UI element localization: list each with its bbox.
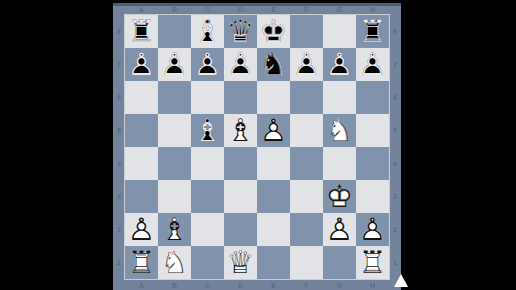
square-e3 <box>257 180 290 213</box>
file-label-d: D <box>238 282 243 289</box>
rank-label-5: 5 <box>393 127 397 134</box>
square-e1 <box>257 246 290 279</box>
rank-label-1: 1 <box>393 259 397 266</box>
piece-black-rook: ♜♖ <box>125 15 158 48</box>
piece-white-bishop: ♝♗ <box>158 213 191 246</box>
piece-white-pawn: ♟♙ <box>125 213 158 246</box>
piece-black-queen: ♛♕ <box>224 15 257 48</box>
file-label-d: D <box>238 6 243 13</box>
file-label-c: C <box>205 282 210 289</box>
square-f4 <box>290 147 323 180</box>
rank-label-6: 6 <box>393 94 397 101</box>
piece-white-pawn: ♟♙ <box>323 213 356 246</box>
square-b5 <box>158 114 191 147</box>
piece-white-pawn: ♟♙ <box>356 213 389 246</box>
piece-white-bishop: ♝♗ <box>224 114 257 147</box>
square-e6 <box>257 81 290 114</box>
square-b4 <box>158 147 191 180</box>
file-label-e: E <box>271 282 276 289</box>
file-label-f: F <box>304 282 308 289</box>
square-d4 <box>224 147 257 180</box>
square-f8 <box>290 15 323 48</box>
square-e5: ♟♙ <box>257 114 290 147</box>
square-c1 <box>191 246 224 279</box>
piece-black-bishop: ♝♗ <box>191 15 224 48</box>
square-a7: ♟♙ <box>125 48 158 81</box>
square-b7: ♟♙ <box>158 48 191 81</box>
file-label-h: H <box>370 282 375 289</box>
square-a1: ♜♖ <box>125 246 158 279</box>
square-c8: ♝♗ <box>191 15 224 48</box>
square-g7: ♟♙ <box>323 48 356 81</box>
square-e7: ♞♘ <box>257 48 290 81</box>
square-e4 <box>257 147 290 180</box>
chess-board: ♜♖♝♗♛♕♚♔♜♖♟♙♟♙♟♙♟♙♞♘♟♙♟♙♟♙♝♗♝♗♟♙♞♘♚♔♟♙♝♗… <box>125 15 389 279</box>
square-f3 <box>290 180 323 213</box>
piece-black-knight: ♞♘ <box>257 48 290 81</box>
file-labels-bottom: ABCDEFGH <box>125 280 389 290</box>
rank-label-6: 6 <box>117 94 121 101</box>
square-h2: ♟♙ <box>356 213 389 246</box>
square-g6 <box>323 81 356 114</box>
rank-label-4: 4 <box>393 160 397 167</box>
square-a2: ♟♙ <box>125 213 158 246</box>
rank-label-7: 7 <box>117 61 121 68</box>
square-d6 <box>224 81 257 114</box>
piece-white-pawn: ♟♙ <box>257 114 290 147</box>
file-label-f: F <box>304 6 308 13</box>
square-a8: ♜♖ <box>125 15 158 48</box>
square-c6 <box>191 81 224 114</box>
rank-label-3: 3 <box>393 193 397 200</box>
file-label-a: A <box>139 6 144 13</box>
file-label-b: B <box>172 6 177 13</box>
square-f5 <box>290 114 323 147</box>
rank-label-8: 8 <box>393 28 397 35</box>
file-label-a: A <box>139 282 144 289</box>
square-c4 <box>191 147 224 180</box>
rank-label-1: 1 <box>117 259 121 266</box>
piece-black-pawn: ♟♙ <box>290 48 323 81</box>
square-a6 <box>125 81 158 114</box>
square-d2 <box>224 213 257 246</box>
piece-black-pawn: ♟♙ <box>224 48 257 81</box>
square-c7: ♟♙ <box>191 48 224 81</box>
piece-black-pawn: ♟♙ <box>191 48 224 81</box>
rank-label-4: 4 <box>117 160 121 167</box>
square-h8: ♜♖ <box>356 15 389 48</box>
square-b2: ♝♗ <box>158 213 191 246</box>
rank-label-5: 5 <box>117 127 121 134</box>
square-c2 <box>191 213 224 246</box>
piece-white-rook: ♜♖ <box>356 246 389 279</box>
square-b6 <box>158 81 191 114</box>
square-d8: ♛♕ <box>224 15 257 48</box>
piece-black-king: ♚♔ <box>257 15 290 48</box>
rank-label-7: 7 <box>393 61 397 68</box>
file-label-g: G <box>337 282 342 289</box>
white-to-move-indicator-icon <box>394 274 408 287</box>
rank-labels-right: 87654321 <box>389 15 401 279</box>
piece-black-pawn: ♟♙ <box>356 48 389 81</box>
rank-label-2: 2 <box>393 226 397 233</box>
square-f6 <box>290 81 323 114</box>
square-e8: ♚♔ <box>257 15 290 48</box>
rank-label-3: 3 <box>117 193 121 200</box>
square-g2: ♟♙ <box>323 213 356 246</box>
file-label-c: C <box>205 6 210 13</box>
square-c3 <box>191 180 224 213</box>
square-a4 <box>125 147 158 180</box>
square-a5 <box>125 114 158 147</box>
square-g3: ♚♔ <box>323 180 356 213</box>
file-label-g: G <box>337 6 342 13</box>
rank-labels-left: 87654321 <box>113 15 125 279</box>
square-h3 <box>356 180 389 213</box>
square-h4 <box>356 147 389 180</box>
square-f2 <box>290 213 323 246</box>
piece-black-rook: ♜♖ <box>356 15 389 48</box>
file-labels-top: ABCDEFGH <box>125 3 389 15</box>
square-b3 <box>158 180 191 213</box>
square-g4 <box>323 147 356 180</box>
piece-black-pawn: ♟♙ <box>158 48 191 81</box>
square-h5 <box>356 114 389 147</box>
square-c5: ♝♗ <box>191 114 224 147</box>
piece-white-queen: ♛♕ <box>224 246 257 279</box>
piece-white-king: ♚♔ <box>323 180 356 213</box>
piece-white-knight: ♞♘ <box>323 114 356 147</box>
piece-black-pawn: ♟♙ <box>125 48 158 81</box>
square-d5: ♝♗ <box>224 114 257 147</box>
piece-white-knight: ♞♘ <box>158 246 191 279</box>
square-h6 <box>356 81 389 114</box>
piece-white-rook: ♜♖ <box>125 246 158 279</box>
square-a3 <box>125 180 158 213</box>
square-d7: ♟♙ <box>224 48 257 81</box>
square-f1 <box>290 246 323 279</box>
square-h7: ♟♙ <box>356 48 389 81</box>
square-e2 <box>257 213 290 246</box>
square-d1: ♛♕ <box>224 246 257 279</box>
piece-black-bishop: ♝♗ <box>191 114 224 147</box>
video-frame: ABCDEFGH ABCDEFGH 87654321 87654321 ♜♖♝♗… <box>113 3 401 290</box>
rank-label-8: 8 <box>117 28 121 35</box>
square-g1 <box>323 246 356 279</box>
square-f7: ♟♙ <box>290 48 323 81</box>
file-label-h: H <box>370 6 375 13</box>
square-h1: ♜♖ <box>356 246 389 279</box>
square-b8 <box>158 15 191 48</box>
square-g8 <box>323 15 356 48</box>
square-b1: ♞♘ <box>158 246 191 279</box>
file-label-b: B <box>172 282 177 289</box>
square-g5: ♞♘ <box>323 114 356 147</box>
file-label-e: E <box>271 6 276 13</box>
rank-label-2: 2 <box>117 226 121 233</box>
square-d3 <box>224 180 257 213</box>
piece-black-pawn: ♟♙ <box>323 48 356 81</box>
